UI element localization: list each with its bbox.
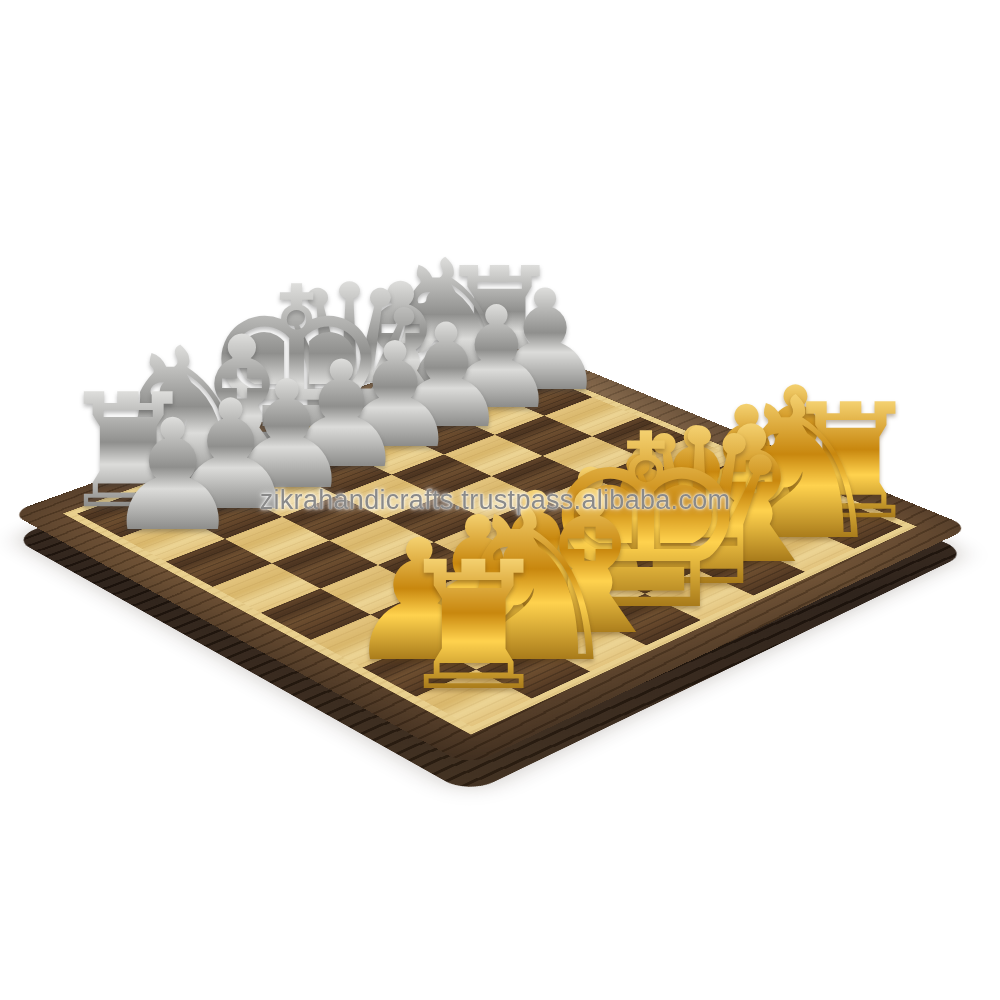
chessboard-grid [77,359,902,726]
photo-scene: ♜♞♝♚♛♝♞♜♟♟♟♟♟♟♟♟♟♟♟♟♟♟♟♟♜♞♝♚♛♝♞♜ zikraha… [0,0,1000,1000]
chess-board [10,336,971,766]
watermark-text: zikrahandicrafts.trustpass.alibaba.com [260,485,731,516]
